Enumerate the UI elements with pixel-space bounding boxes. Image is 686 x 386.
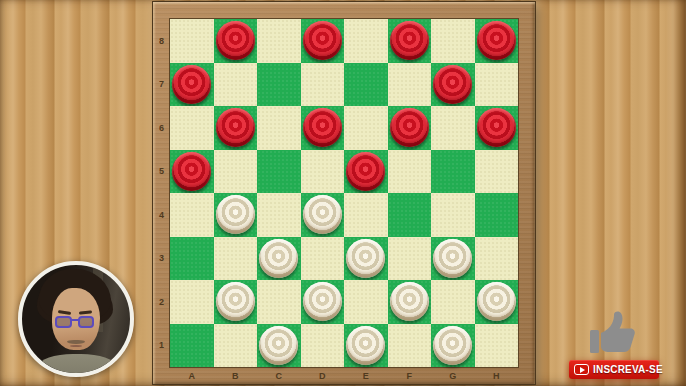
white-man-F2[interactable] xyxy=(390,282,429,321)
square-G8[interactable] xyxy=(431,19,475,63)
youtube-play-icon xyxy=(574,364,589,375)
square-G6[interactable] xyxy=(431,106,475,150)
square-H5[interactable] xyxy=(475,150,519,194)
file-label-C: C xyxy=(257,367,301,384)
square-B4[interactable] xyxy=(214,193,258,237)
square-H7[interactable] xyxy=(475,63,519,107)
presenter-moustache xyxy=(67,340,84,344)
glasses-lens xyxy=(78,316,94,328)
presenter-webcam xyxy=(18,261,134,377)
white-man-B4[interactable] xyxy=(216,195,255,234)
white-man-B2[interactable] xyxy=(216,282,255,321)
rank-label-4: 4 xyxy=(153,193,170,237)
file-label-A: A xyxy=(170,367,214,384)
square-F6[interactable] xyxy=(388,106,432,150)
board-field xyxy=(170,19,518,367)
square-D1[interactable] xyxy=(301,324,345,368)
square-H8[interactable] xyxy=(475,19,519,63)
red-man-F8[interactable] xyxy=(390,21,429,60)
rank-label-8: 8 xyxy=(153,19,170,63)
file-label-B: B xyxy=(214,367,258,384)
rank-label-7: 7 xyxy=(153,63,170,107)
red-man-B6[interactable] xyxy=(216,108,255,147)
square-G4[interactable] xyxy=(431,193,475,237)
square-F4[interactable] xyxy=(388,193,432,237)
square-F8[interactable] xyxy=(388,19,432,63)
glasses-lens xyxy=(55,316,71,328)
square-D7[interactable] xyxy=(301,63,345,107)
red-man-A5[interactable] xyxy=(172,152,211,191)
red-man-D8[interactable] xyxy=(303,21,342,60)
red-man-B8[interactable] xyxy=(216,21,255,60)
square-A4[interactable] xyxy=(170,193,214,237)
square-F3[interactable] xyxy=(388,237,432,281)
square-G3[interactable] xyxy=(431,237,475,281)
square-H2[interactable] xyxy=(475,280,519,324)
square-G2[interactable] xyxy=(431,280,475,324)
red-man-H8[interactable] xyxy=(477,21,516,60)
file-label-H: H xyxy=(475,367,519,384)
red-man-F6[interactable] xyxy=(390,108,429,147)
square-B8[interactable] xyxy=(214,19,258,63)
square-G1[interactable] xyxy=(431,324,475,368)
square-F5[interactable] xyxy=(388,150,432,194)
square-C2[interactable] xyxy=(257,280,301,324)
square-C8[interactable] xyxy=(257,19,301,63)
square-D8[interactable] xyxy=(301,19,345,63)
play-triangle-icon xyxy=(580,367,585,373)
rank-label-3: 3 xyxy=(153,237,170,281)
presenter-shirt xyxy=(39,354,115,377)
square-E5[interactable] xyxy=(344,150,388,194)
square-E4[interactable] xyxy=(344,193,388,237)
video-frame: 87654321 ABCDEFGH INSCREVA-SE xyxy=(0,0,686,386)
square-A8[interactable] xyxy=(170,19,214,63)
square-E8[interactable] xyxy=(344,19,388,63)
white-man-E3[interactable] xyxy=(346,239,385,278)
square-E2[interactable] xyxy=(344,280,388,324)
square-C6[interactable] xyxy=(257,106,301,150)
thumbs-up-icon xyxy=(586,309,650,357)
file-label-E: E xyxy=(344,367,388,384)
white-man-D2[interactable] xyxy=(303,282,342,321)
square-H4[interactable] xyxy=(475,193,519,237)
subscribe-button-label: INSCREVA-SE xyxy=(593,364,663,375)
square-C5[interactable] xyxy=(257,150,301,194)
red-man-H6[interactable] xyxy=(477,108,516,147)
square-D3[interactable] xyxy=(301,237,345,281)
white-man-G3[interactable] xyxy=(433,239,472,278)
square-A1[interactable] xyxy=(170,324,214,368)
red-man-D6[interactable] xyxy=(303,108,342,147)
square-E1[interactable] xyxy=(344,324,388,368)
rank-label-1: 1 xyxy=(153,324,170,368)
square-F2[interactable] xyxy=(388,280,432,324)
file-label-F: F xyxy=(388,367,432,384)
square-B7[interactable] xyxy=(214,63,258,107)
subscribe-button[interactable]: INSCREVA-SE xyxy=(569,360,659,379)
square-H6[interactable] xyxy=(475,106,519,150)
square-B6[interactable] xyxy=(214,106,258,150)
square-C1[interactable] xyxy=(257,324,301,368)
rank-label-5: 5 xyxy=(153,150,170,194)
square-F7[interactable] xyxy=(388,63,432,107)
square-D2[interactable] xyxy=(301,280,345,324)
white-man-H2[interactable] xyxy=(477,282,516,321)
red-man-A7[interactable] xyxy=(172,65,211,104)
square-G7[interactable] xyxy=(431,63,475,107)
rank-label-6: 6 xyxy=(153,106,170,150)
square-G5[interactable] xyxy=(431,150,475,194)
square-F1[interactable] xyxy=(388,324,432,368)
file-label-D: D xyxy=(301,367,345,384)
rank-labels: 87654321 xyxy=(153,19,170,367)
square-A7[interactable] xyxy=(170,63,214,107)
square-C4[interactable] xyxy=(257,193,301,237)
red-man-G7[interactable] xyxy=(433,65,472,104)
square-A3[interactable] xyxy=(170,237,214,281)
square-C3[interactable] xyxy=(257,237,301,281)
square-A2[interactable] xyxy=(170,280,214,324)
glasses-bridge xyxy=(71,319,80,321)
square-D4[interactable] xyxy=(301,193,345,237)
square-B5[interactable] xyxy=(214,150,258,194)
square-E3[interactable] xyxy=(344,237,388,281)
square-A6[interactable] xyxy=(170,106,214,150)
square-B1[interactable] xyxy=(214,324,258,368)
file-label-G: G xyxy=(431,367,475,384)
square-C7[interactable] xyxy=(257,63,301,107)
white-man-C1[interactable] xyxy=(259,326,298,365)
square-D6[interactable] xyxy=(301,106,345,150)
square-H3[interactable] xyxy=(475,237,519,281)
rank-label-2: 2 xyxy=(153,280,170,324)
square-H1[interactable] xyxy=(475,324,519,368)
white-man-G1[interactable] xyxy=(433,326,472,365)
white-man-D4[interactable] xyxy=(303,195,342,234)
white-man-E1[interactable] xyxy=(346,326,385,365)
white-man-C3[interactable] xyxy=(259,239,298,278)
square-B2[interactable] xyxy=(214,280,258,324)
checkers-board: 87654321 ABCDEFGH xyxy=(153,2,535,384)
square-E6[interactable] xyxy=(344,106,388,150)
red-man-E5[interactable] xyxy=(346,152,385,191)
square-B3[interactable] xyxy=(214,237,258,281)
file-labels: ABCDEFGH xyxy=(170,367,518,384)
square-E7[interactable] xyxy=(344,63,388,107)
square-D5[interactable] xyxy=(301,150,345,194)
square-A5[interactable] xyxy=(170,150,214,194)
